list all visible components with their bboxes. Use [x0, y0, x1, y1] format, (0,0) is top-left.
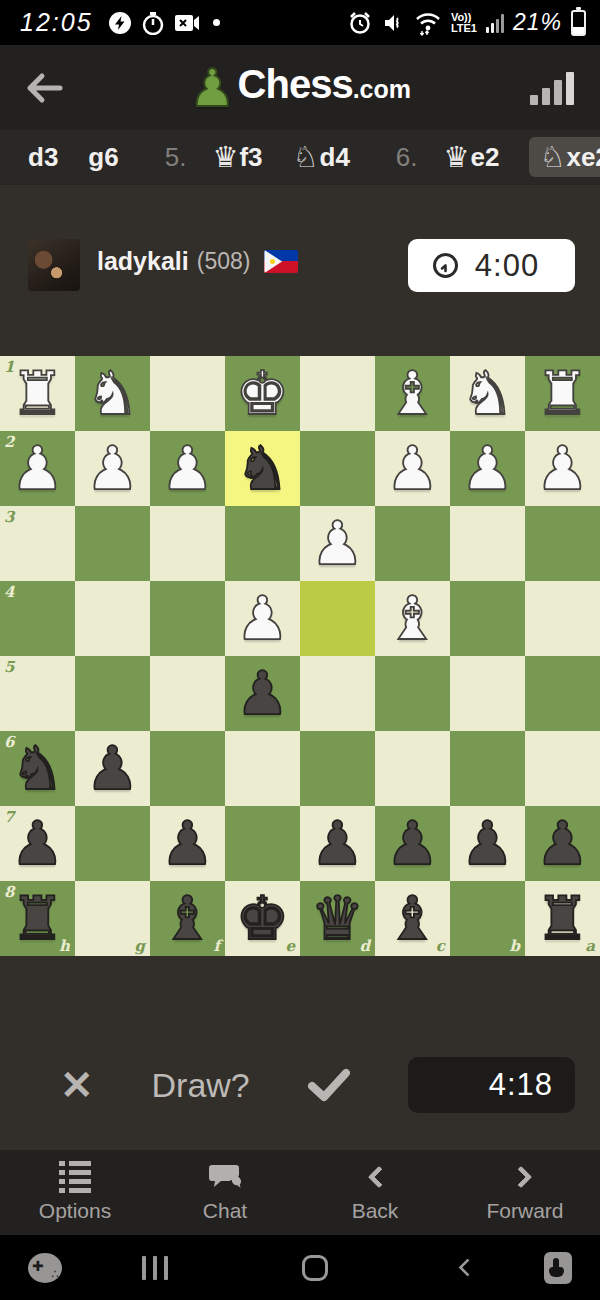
square-b4[interactable] [450, 581, 525, 656]
square-e4[interactable]: ♟ [225, 581, 300, 656]
touch-block-icon[interactable] [544, 1252, 572, 1284]
square-g7[interactable] [75, 806, 150, 881]
square-e5[interactable]: ♟ [225, 656, 300, 731]
player-clock: 4:18 [408, 1057, 575, 1113]
square-e6[interactable] [225, 731, 300, 806]
piece-white-knight-b1: ♞ [461, 356, 515, 431]
square-g3[interactable] [75, 506, 150, 581]
rank-label-5: 5 [4, 658, 14, 676]
android-nav-bar [0, 1235, 600, 1300]
file-label-a: a [585, 937, 595, 955]
rank-label-4: 4 [4, 583, 14, 601]
square-a2[interactable]: ♟ [525, 431, 600, 506]
piece-white-pawn-h2: ♟ [11, 431, 65, 506]
square-f2[interactable]: ♟ [150, 431, 225, 506]
square-d4[interactable] [300, 581, 375, 656]
square-f1[interactable] [150, 356, 225, 431]
nav-back-icon[interactable] [458, 1258, 476, 1276]
square-c8[interactable]: c♝ [375, 881, 450, 956]
square-c5[interactable] [375, 656, 450, 731]
rank-label-8: 8 [4, 883, 14, 901]
square-b7[interactable]: ♟ [450, 806, 525, 881]
file-label-g: g [135, 937, 146, 955]
timer-icon [141, 11, 165, 35]
piece-black-pawn-f7: ♟ [161, 806, 215, 881]
piece-black-pawn-d7: ♟ [311, 806, 365, 881]
piece-white-pawn-f2: ♟ [161, 431, 215, 506]
square-d5[interactable] [300, 656, 375, 731]
status-bar: 12:05 Vo)) LTE1 [0, 0, 600, 45]
move-d3[interactable]: d3 [28, 142, 58, 173]
piece-white-rook-a1: ♜ [536, 356, 590, 431]
square-a4[interactable] [525, 581, 600, 656]
square-g4[interactable] [75, 581, 150, 656]
square-f5[interactable] [150, 656, 225, 731]
square-a6[interactable] [525, 731, 600, 806]
piece-black-pawn-e5: ♟ [236, 656, 290, 731]
piece-white-king-e1: ♚ [236, 356, 290, 431]
file-label-f: f [214, 937, 220, 955]
move-g6[interactable]: g6 [88, 142, 118, 173]
piece-black-rook-a8: ♜ [536, 881, 590, 956]
square-g1[interactable]: ♞ [75, 356, 150, 431]
square-d3[interactable]: ♟ [300, 506, 375, 581]
opponent-rating: (508) [197, 248, 251, 275]
square-g5[interactable] [75, 656, 150, 731]
square-d2[interactable] [300, 431, 375, 506]
mute-vibrate-icon [381, 11, 405, 35]
piece-black-knight-e2: ♞ [236, 431, 290, 506]
move-xe2[interactable]: ♘xe2 [529, 137, 600, 177]
opponent-clock: 4:00 [408, 239, 575, 292]
square-e1[interactable]: ♚ [225, 356, 300, 431]
move-number: 6. [396, 142, 418, 173]
volte-label: Vo)) LTE1 [451, 12, 477, 34]
options-list-icon [59, 1161, 91, 1193]
move-d4[interactable]: ♘d4 [293, 140, 350, 174]
piece-black-pawn-b7: ♟ [461, 806, 515, 881]
chess-board: 1♜♞♚♝♞♜2♟♟♟♞♟♟♟3♟4♟♝5♟6♞♟7♟♟♟♟♟♟8h♜gf♝e♚… [0, 356, 600, 956]
rank-label-3: 3 [4, 508, 14, 526]
chat-bubbles-icon [207, 1162, 243, 1192]
piece-black-bishop-c8: ♝ [386, 881, 440, 956]
logo-text: Chess [238, 62, 353, 107]
rank-label-6: 6 [4, 733, 14, 751]
square-h2[interactable]: 2♟ [0, 431, 75, 506]
square-h6[interactable]: 6♞ [0, 731, 75, 806]
square-e3[interactable] [225, 506, 300, 581]
piece-black-pawn-c7: ♟ [386, 806, 440, 881]
square-h5[interactable]: 5 [0, 656, 75, 731]
decline-x-icon[interactable]: ✕ [60, 1065, 94, 1105]
square-g8[interactable]: g [75, 881, 150, 956]
square-f3[interactable] [150, 506, 225, 581]
square-e7[interactable] [225, 806, 300, 881]
square-c4[interactable]: ♝ [375, 581, 450, 656]
square-b1[interactable]: ♞ [450, 356, 525, 431]
chevron-right-icon [510, 1166, 533, 1189]
square-e8[interactable]: e♚ [225, 881, 300, 956]
piece-white-knight-g1: ♞ [86, 356, 140, 431]
opponent-name: ladykali [97, 247, 189, 276]
status-time: 12:05 [20, 8, 93, 37]
recent-apps-icon[interactable] [142, 1256, 168, 1280]
square-b3[interactable] [450, 506, 525, 581]
screen-record-icon [174, 12, 200, 34]
battery-percent: 21% [513, 9, 562, 36]
piece-white-pawn-c2: ♟ [386, 431, 440, 506]
square-a3[interactable] [525, 506, 600, 581]
chevron-left-icon [368, 1166, 391, 1189]
draw-offer-label: Draw? [152, 1066, 250, 1105]
square-d6[interactable] [300, 731, 375, 806]
square-c1[interactable]: ♝ [375, 356, 450, 431]
home-icon[interactable] [302, 1255, 328, 1281]
move-e2[interactable]: ♛e2 [444, 140, 500, 174]
square-h4[interactable]: 4 [0, 581, 75, 656]
file-label-b: b [510, 937, 521, 955]
file-label-d: d [360, 937, 371, 955]
square-e2[interactable]: ♞ [225, 431, 300, 506]
philippines-flag-icon [264, 250, 298, 273]
square-a7[interactable]: ♟ [525, 806, 600, 881]
piece-white-pawn-b2: ♟ [461, 431, 515, 506]
wifi-icon [414, 10, 442, 36]
battery-icon [571, 10, 586, 36]
square-h3[interactable]: 3 [0, 506, 75, 581]
piece-black-pawn-h7: ♟ [11, 806, 65, 881]
piece-white-rook-h1: ♜ [11, 356, 65, 431]
piece-white-pawn-d3: ♟ [311, 506, 365, 581]
draw-offer-bar: ✕ Draw? 4:18 [0, 956, 600, 1150]
square-h1[interactable]: 1♜ [0, 356, 75, 431]
square-h7[interactable]: 7♟ [0, 806, 75, 881]
square-c6[interactable] [375, 731, 450, 806]
square-a5[interactable] [525, 656, 600, 731]
square-h8[interactable]: 8h♜ [0, 881, 75, 956]
chess-com-app: 12:05 Vo)) LTE1 [0, 0, 600, 1300]
square-b8[interactable]: b [450, 881, 525, 956]
piece-white-pawn-g2: ♟ [86, 431, 140, 506]
piece-black-queen-d8: ♛ [311, 881, 365, 956]
alarm-icon [348, 11, 372, 35]
square-a8[interactable]: a♜ [525, 881, 600, 956]
piece-white-bishop-c1: ♝ [386, 356, 440, 431]
back-arrow-icon[interactable] [26, 72, 64, 104]
piece-black-king-e8: ♚ [236, 881, 290, 956]
logo-suffix: .com [353, 75, 411, 104]
file-label-h: h [59, 937, 70, 955]
move-list-bar: d3g65.♛f3♘d46.♛e2♘xe2 [0, 130, 600, 185]
piece-black-bishop-f8: ♝ [161, 881, 215, 956]
accept-check-icon[interactable] [308, 1068, 350, 1102]
opponent-row: ladykali (508) 4:00 [0, 185, 600, 356]
chess-com-logo: ♟ Chess .com [189, 62, 411, 114]
rank-label-7: 7 [4, 808, 14, 826]
square-f4[interactable] [150, 581, 225, 656]
square-g2[interactable]: ♟ [75, 431, 150, 506]
square-f8[interactable]: f♝ [150, 881, 225, 956]
options-button[interactable]: Options [0, 1150, 150, 1235]
piece-black-pawn-g6: ♟ [86, 731, 140, 806]
piece-white-bishop-c4: ♝ [386, 581, 440, 656]
square-g6[interactable]: ♟ [75, 731, 150, 806]
square-f6[interactable] [150, 731, 225, 806]
square-b2[interactable]: ♟ [450, 431, 525, 506]
piece-black-knight-h6: ♞ [11, 731, 65, 806]
move-forward-button[interactable]: Forward [450, 1150, 600, 1235]
move-back-button[interactable]: Back [300, 1150, 450, 1235]
square-a1[interactable]: ♜ [525, 356, 600, 431]
opponent-clock-time: 4:00 [459, 248, 555, 284]
messenger-icon [108, 11, 132, 35]
piece-black-pawn-a7: ♟ [536, 806, 590, 881]
square-d8[interactable]: d♛ [300, 881, 375, 956]
signal-strength-icon [486, 13, 504, 33]
square-c7[interactable]: ♟ [375, 806, 450, 881]
player-clock-time: 4:18 [489, 1067, 553, 1103]
piece-black-rook-h8: ♜ [11, 881, 65, 956]
app-header: ♟ Chess .com [0, 45, 600, 130]
chat-button[interactable]: Chat [150, 1150, 300, 1235]
game-launcher-icon[interactable] [28, 1253, 62, 1283]
square-d1[interactable] [300, 356, 375, 431]
move-number: 5. [165, 142, 187, 173]
square-d7[interactable]: ♟ [300, 806, 375, 881]
move-f3[interactable]: ♛f3 [212, 140, 262, 174]
piece-white-pawn-a2: ♟ [536, 431, 590, 506]
square-c2[interactable]: ♟ [375, 431, 450, 506]
square-b6[interactable] [450, 731, 525, 806]
clock-icon [432, 252, 459, 279]
opponent-avatar[interactable] [28, 239, 80, 291]
rank-label-2: 2 [4, 433, 14, 451]
file-label-c: c [436, 937, 445, 955]
square-c3[interactable] [375, 506, 450, 581]
square-f7[interactable]: ♟ [150, 806, 225, 881]
square-b5[interactable] [450, 656, 525, 731]
connection-bars-icon [530, 71, 574, 105]
notification-dot [213, 19, 220, 26]
piece-white-pawn-e4: ♟ [236, 581, 290, 656]
game-toolbar: Options Chat Back Forward [0, 1150, 600, 1235]
pawn-logo-icon: ♟ [189, 62, 236, 114]
file-label-e: e [285, 937, 295, 955]
rank-label-1: 1 [4, 358, 14, 376]
